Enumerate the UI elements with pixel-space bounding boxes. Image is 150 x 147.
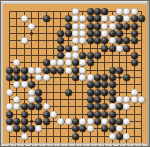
black-stone[interactable]: [116, 133, 123, 140]
window-right-edge: [147, 1, 149, 146]
white-stone[interactable]: [109, 23, 116, 30]
black-stone[interactable]: [87, 23, 94, 30]
black-stone[interactable]: [101, 81, 108, 88]
black-stone[interactable]: [109, 118, 116, 125]
white-stone[interactable]: [101, 30, 108, 37]
white-stone[interactable]: [72, 30, 79, 37]
white-stone[interactable]: [109, 15, 116, 22]
tick-mark: [16, 145, 17, 147]
black-stone[interactable]: [109, 125, 116, 132]
tick-mark: [141, 145, 142, 147]
black-stone[interactable]: [87, 103, 94, 110]
black-stone[interactable]: [101, 125, 108, 132]
black-stone[interactable]: [21, 74, 28, 81]
tick-mark: [126, 145, 127, 147]
black-stone[interactable]: [57, 52, 64, 59]
black-stone[interactable]: [94, 74, 101, 81]
black-stone[interactable]: [87, 37, 94, 44]
white-stone[interactable]: [13, 96, 20, 103]
black-stone[interactable]: [94, 81, 101, 88]
hoshi-point: [30, 76, 32, 78]
white-stone[interactable]: [72, 45, 79, 52]
black-stone[interactable]: [28, 81, 35, 88]
black-stone[interactable]: [131, 52, 138, 59]
white-stone[interactable]: [21, 81, 28, 88]
white-stone[interactable]: [21, 37, 28, 44]
black-stone[interactable]: [116, 15, 123, 22]
white-stone[interactable]: [131, 96, 138, 103]
black-stone[interactable]: [87, 89, 94, 96]
white-stone[interactable]: [57, 59, 64, 66]
black-stone[interactable]: [109, 96, 116, 103]
black-stone[interactable]: [6, 111, 13, 118]
black-stone[interactable]: [28, 103, 35, 110]
tick-mark: [53, 145, 54, 147]
white-stone[interactable]: [123, 8, 130, 15]
black-stone[interactable]: [21, 111, 28, 118]
black-stone[interactable]: [94, 89, 101, 96]
black-stone[interactable]: [131, 37, 138, 44]
black-stone[interactable]: [21, 67, 28, 74]
black-stone[interactable]: [72, 67, 79, 74]
tick-mark: [97, 145, 98, 147]
black-stone[interactable]: [28, 125, 35, 132]
black-stone[interactable]: [94, 96, 101, 103]
black-stone[interactable]: [109, 45, 116, 52]
tick-mark: [82, 145, 83, 147]
go-board[interactable]: [3, 4, 148, 144]
black-stone[interactable]: [116, 37, 123, 44]
black-stone[interactable]: [72, 59, 79, 66]
window-top-edge: [1, 1, 149, 2]
white-stone[interactable]: [79, 23, 86, 30]
white-stone[interactable]: [6, 125, 13, 132]
white-stone[interactable]: [79, 118, 86, 125]
white-stone[interactable]: [79, 59, 86, 66]
white-stone[interactable]: [72, 8, 79, 15]
white-stone[interactable]: [87, 125, 94, 132]
black-stone[interactable]: [65, 45, 72, 52]
black-stone[interactable]: [94, 23, 101, 30]
white-stone[interactable]: [79, 74, 86, 81]
black-stone[interactable]: [116, 67, 123, 74]
black-stone[interactable]: [101, 103, 108, 110]
tick-mark: [60, 145, 61, 147]
coordinate-ticks: [1, 143, 150, 147]
black-stone[interactable]: [123, 45, 130, 52]
white-stone[interactable]: [72, 37, 79, 44]
tick-mark: [9, 145, 10, 147]
white-stone[interactable]: [79, 30, 86, 37]
black-stone[interactable]: [87, 81, 94, 88]
white-stone[interactable]: [57, 118, 64, 125]
white-stone[interactable]: [101, 118, 108, 125]
black-stone[interactable]: [35, 89, 42, 96]
black-stone[interactable]: [65, 15, 72, 22]
black-stone[interactable]: [35, 96, 42, 103]
black-stone[interactable]: [13, 118, 20, 125]
white-stone[interactable]: [109, 37, 116, 44]
white-stone[interactable]: [109, 133, 116, 140]
white-stone[interactable]: [72, 15, 79, 22]
white-stone[interactable]: [116, 96, 123, 103]
black-stone[interactable]: [131, 23, 138, 30]
tick-mark: [46, 145, 47, 147]
hoshi-point: [118, 76, 120, 78]
white-stone[interactable]: [35, 125, 42, 132]
black-stone[interactable]: [94, 103, 101, 110]
white-stone[interactable]: [79, 67, 86, 74]
black-stone[interactable]: [57, 45, 64, 52]
white-stone[interactable]: [28, 96, 35, 103]
black-stone[interactable]: [87, 52, 94, 59]
white-stone[interactable]: [116, 45, 123, 52]
tick-mark: [38, 145, 39, 147]
black-stone[interactable]: [109, 81, 116, 88]
tick-mark: [112, 145, 113, 147]
black-stone[interactable]: [21, 125, 28, 132]
black-stone[interactable]: [43, 118, 50, 125]
white-stone[interactable]: [123, 133, 130, 140]
board-grid[interactable]: [9, 11, 142, 144]
black-stone[interactable]: [43, 67, 50, 74]
white-stone[interactable]: [101, 15, 108, 22]
black-stone[interactable]: [94, 52, 101, 59]
white-stone[interactable]: [131, 8, 138, 15]
black-stone[interactable]: [123, 74, 130, 81]
black-stone[interactable]: [109, 74, 116, 81]
black-stone[interactable]: [109, 30, 116, 37]
white-stone[interactable]: [109, 103, 116, 110]
white-stone[interactable]: [6, 103, 13, 110]
black-stone[interactable]: [116, 23, 123, 30]
black-stone[interactable]: [65, 89, 72, 96]
black-stone[interactable]: [94, 118, 101, 125]
black-stone[interactable]: [87, 15, 94, 22]
tick-mark: [68, 145, 69, 147]
black-stone[interactable]: [109, 111, 116, 118]
white-stone[interactable]: [6, 89, 13, 96]
black-stone[interactable]: [109, 89, 116, 96]
black-stone[interactable]: [94, 111, 101, 118]
white-stone[interactable]: [87, 118, 94, 125]
black-stone[interactable]: [35, 118, 42, 125]
white-stone[interactable]: [28, 23, 35, 30]
white-stone[interactable]: [123, 103, 130, 110]
hoshi-point: [30, 120, 32, 122]
black-stone[interactable]: [101, 8, 108, 15]
black-stone[interactable]: [6, 67, 13, 74]
black-stone[interactable]: [116, 30, 123, 37]
black-stone[interactable]: [13, 125, 20, 132]
black-stone[interactable]: [6, 118, 13, 125]
black-stone[interactable]: [13, 74, 20, 81]
black-stone[interactable]: [21, 118, 28, 125]
black-stone[interactable]: [94, 30, 101, 37]
white-stone[interactable]: [79, 15, 86, 22]
black-stone[interactable]: [6, 74, 13, 81]
white-stone[interactable]: [123, 118, 130, 125]
white-stone[interactable]: [116, 8, 123, 15]
black-stone[interactable]: [87, 8, 94, 15]
black-stone[interactable]: [57, 30, 64, 37]
black-stone[interactable]: [43, 15, 50, 22]
black-stone[interactable]: [94, 37, 101, 44]
black-stone[interactable]: [21, 103, 28, 110]
black-stone[interactable]: [35, 103, 42, 110]
white-stone[interactable]: [43, 74, 50, 81]
white-stone[interactable]: [21, 133, 28, 140]
black-stone[interactable]: [87, 96, 94, 103]
white-stone[interactable]: [101, 23, 108, 30]
black-stone[interactable]: [57, 37, 64, 44]
black-stone[interactable]: [101, 45, 108, 52]
black-stone[interactable]: [87, 30, 94, 37]
black-stone[interactable]: [94, 15, 101, 22]
go-app-window: [0, 0, 150, 147]
white-stone[interactable]: [35, 67, 42, 74]
black-stone[interactable]: [101, 74, 108, 81]
white-stone[interactable]: [131, 89, 138, 96]
black-stone[interactable]: [43, 111, 50, 118]
black-stone[interactable]: [131, 30, 138, 37]
black-stone[interactable]: [123, 37, 130, 44]
hoshi-point: [30, 32, 32, 34]
black-stone[interactable]: [116, 118, 123, 125]
black-stone[interactable]: [13, 67, 20, 74]
black-stone[interactable]: [131, 15, 138, 22]
white-stone[interactable]: [13, 103, 20, 110]
black-stone[interactable]: [72, 118, 79, 125]
black-stone[interactable]: [50, 67, 57, 74]
white-stone[interactable]: [65, 52, 72, 59]
white-stone[interactable]: [72, 23, 79, 30]
black-stone[interactable]: [72, 125, 79, 132]
white-stone[interactable]: [50, 59, 57, 66]
black-stone[interactable]: [101, 111, 108, 118]
black-stone[interactable]: [116, 103, 123, 110]
tick-mark: [119, 145, 120, 147]
black-stone[interactable]: [109, 67, 116, 74]
tick-mark: [24, 145, 25, 147]
black-stone[interactable]: [65, 23, 72, 30]
white-stone[interactable]: [123, 15, 130, 22]
tick-mark: [90, 145, 91, 147]
white-stone[interactable]: [21, 15, 28, 22]
black-stone[interactable]: [72, 74, 79, 81]
black-stone[interactable]: [94, 8, 101, 15]
white-stone[interactable]: [28, 67, 35, 74]
white-stone[interactable]: [65, 67, 72, 74]
tick-mark: [134, 145, 135, 147]
white-stone[interactable]: [79, 37, 86, 44]
black-stone[interactable]: [72, 133, 79, 140]
black-stone[interactable]: [43, 59, 50, 66]
tick-mark: [104, 145, 105, 147]
black-stone[interactable]: [79, 52, 86, 59]
black-stone[interactable]: [87, 59, 94, 66]
white-stone[interactable]: [116, 125, 123, 132]
tick-mark: [31, 145, 32, 147]
black-stone[interactable]: [101, 37, 108, 44]
black-stone[interactable]: [57, 67, 64, 74]
black-stone[interactable]: [123, 23, 130, 30]
tick-mark: [75, 145, 76, 147]
white-stone[interactable]: [13, 81, 20, 88]
white-stone[interactable]: [72, 52, 79, 59]
white-stone[interactable]: [35, 74, 42, 81]
white-stone[interactable]: [50, 111, 57, 118]
black-stone[interactable]: [138, 15, 145, 22]
white-stone[interactable]: [65, 59, 72, 66]
black-stone[interactable]: [65, 30, 72, 37]
white-stone[interactable]: [13, 59, 20, 66]
white-stone[interactable]: [28, 89, 35, 96]
white-stone[interactable]: [123, 96, 130, 103]
white-stone[interactable]: [87, 74, 94, 81]
black-stone[interactable]: [131, 59, 138, 66]
white-stone[interactable]: [43, 103, 50, 110]
black-stone[interactable]: [79, 125, 86, 132]
black-stone[interactable]: [101, 89, 108, 96]
white-stone[interactable]: [65, 118, 72, 125]
black-stone[interactable]: [87, 111, 94, 118]
white-stone[interactable]: [138, 96, 145, 103]
